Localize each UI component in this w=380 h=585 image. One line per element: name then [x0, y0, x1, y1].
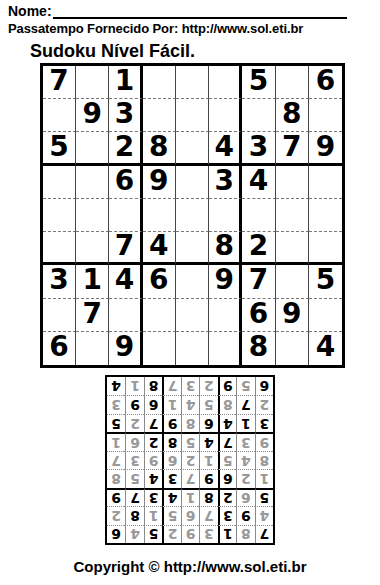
puzzle-cell-r6c8[interactable]	[276, 232, 309, 265]
puzzle-cell-r7c2: 1	[76, 265, 109, 298]
solution-cell-r6c2: 3	[236, 432, 254, 450]
solution-cell-r3c1: 5	[255, 488, 273, 506]
solution-cell-r9c3: 9	[218, 377, 236, 395]
puzzle-cell-r6c2[interactable]	[76, 232, 109, 265]
puzzle-cell-r9c3: 9	[109, 332, 142, 365]
solution-cell-r3c9: 9	[107, 488, 125, 506]
puzzle-cell-r4c1[interactable]	[43, 166, 76, 199]
puzzle-cell-r9c5[interactable]	[176, 332, 209, 365]
solution-cell-r7c9: 5	[107, 414, 125, 432]
solution-cell-r7c3: 4	[218, 414, 236, 432]
solution-cell-r1c3: 1	[218, 525, 236, 543]
puzzle-cell-r5c6[interactable]	[209, 199, 242, 232]
puzzle-cell-r7c9: 5	[309, 265, 342, 298]
puzzle-cell-r3c3: 2	[109, 132, 142, 165]
solution-cell-r4c5: 7	[181, 469, 199, 487]
puzzle-cell-r5c4[interactable]	[143, 199, 176, 232]
solution-cell-r1c6: 2	[162, 525, 180, 543]
solution-cell-r6c8: 6	[125, 432, 143, 450]
solution-cell-r9c5: 3	[181, 377, 199, 395]
page-title: Sudoku Nível Fácil.	[30, 41, 380, 61]
puzzle-cell-r8c3[interactable]	[109, 299, 142, 332]
puzzle-cell-r6c1[interactable]	[43, 232, 76, 265]
solution-cell-r8c8: 9	[125, 395, 143, 413]
solution-cell-r3c2: 6	[236, 488, 254, 506]
puzzle-cell-r1c4[interactable]	[143, 66, 176, 99]
puzzle-cell-r6c5[interactable]	[176, 232, 209, 265]
solution-cell-r3c6: 4	[162, 488, 180, 506]
solution-cell-r8c9: 3	[107, 395, 125, 413]
puzzle-cell-r1c1: 7	[43, 66, 76, 99]
puzzle-cell-r9c7: 8	[242, 332, 275, 365]
solution-cell-r6c1: 9	[255, 432, 273, 450]
solution-cell-r4c3: 6	[218, 469, 236, 487]
solution-cell-r9c7: 8	[144, 377, 162, 395]
solution-cell-r3c3: 2	[218, 488, 236, 506]
solution-cell-r1c8: 4	[125, 525, 143, 543]
puzzle-cell-r3c4: 8	[143, 132, 176, 165]
solution-cell-r1c4: 3	[199, 525, 217, 543]
puzzle-cell-r4c3: 6	[109, 166, 142, 199]
puzzle-cell-r3c2[interactable]	[76, 132, 109, 165]
puzzle-cell-r8c5[interactable]	[176, 299, 209, 332]
puzzle-cell-r7c3: 4	[109, 265, 142, 298]
solution-cell-r7c2: 1	[236, 414, 254, 432]
puzzle-cell-r4c7: 4	[242, 166, 275, 199]
puzzle-cell-r9c2[interactable]	[76, 332, 109, 365]
puzzle-cell-r7c8[interactable]	[276, 265, 309, 298]
solution-cell-r2c6: 5	[162, 506, 180, 524]
solution-cell-r2c2: 9	[236, 506, 254, 524]
puzzle-cell-r2c8: 8	[276, 99, 309, 132]
solution-cell-r7c4: 6	[199, 414, 217, 432]
solution-cell-r8c5: 4	[181, 395, 199, 413]
puzzle-cell-r1c7: 5	[242, 66, 275, 99]
puzzle-cell-r1c6[interactable]	[209, 66, 242, 99]
puzzle-cell-r9c1: 6	[43, 332, 76, 365]
solution-cell-r7c7: 7	[144, 414, 162, 432]
puzzle-cell-r5c5[interactable]	[176, 199, 209, 232]
solution-cell-r4c9: 8	[107, 469, 125, 487]
solution-cell-r2c5: 6	[181, 506, 199, 524]
puzzle-cell-r3c7: 3	[242, 132, 275, 165]
solution-cell-r1c7: 5	[144, 525, 162, 543]
solution-cell-r5c3: 5	[218, 451, 236, 469]
solution-cell-r2c1: 4	[255, 506, 273, 524]
solution-cell-r3c4: 8	[199, 488, 217, 506]
puzzle-cell-r2c5[interactable]	[176, 99, 209, 132]
puzzle-cell-r8c6[interactable]	[209, 299, 242, 332]
solution-cell-r8c7: 6	[144, 395, 162, 413]
puzzle-cell-r3c1: 5	[43, 132, 76, 165]
puzzle-cell-r7c7: 7	[242, 265, 275, 298]
puzzle-cell-r5c3[interactable]	[109, 199, 142, 232]
puzzle-cell-r7c4: 6	[143, 265, 176, 298]
solution-cell-r5c4: 1	[199, 451, 217, 469]
puzzle-cell-r7c6: 9	[209, 265, 242, 298]
name-label: Nome:	[8, 3, 52, 19]
solution-cell-r5c2: 4	[236, 451, 254, 469]
puzzle-cell-r1c9: 6	[309, 66, 342, 99]
puzzle-cell-r1c8[interactable]	[276, 66, 309, 99]
solution-cell-r4c7: 4	[144, 469, 162, 487]
puzzle-cell-r3c9: 9	[309, 132, 342, 165]
solution-cell-r9c6: 7	[162, 377, 180, 395]
solution-cell-r6c9: 1	[107, 432, 125, 450]
puzzle-cell-r5c9[interactable]	[309, 199, 342, 232]
solution-cell-r8c6: 1	[162, 395, 180, 413]
puzzle-cell-r1c5[interactable]	[176, 66, 209, 99]
solution-cell-r8c1: 2	[255, 395, 273, 413]
puzzle-cell-r3c6: 4	[209, 132, 242, 165]
solution-cell-r2c9: 2	[107, 506, 125, 524]
puzzle-cell-r9c4[interactable]	[143, 332, 176, 365]
puzzle-cell-r4c8[interactable]	[276, 166, 309, 199]
puzzle-cell-r8c1[interactable]	[43, 299, 76, 332]
solution-cell-r1c2: 8	[236, 525, 254, 543]
sudoku-puzzle-grid: 715693852843796934748231469757696984	[40, 63, 345, 368]
solution-cell-r5c8: 3	[125, 451, 143, 469]
solution-cell-r3c5: 1	[181, 488, 199, 506]
solution-cell-r7c1: 3	[255, 414, 273, 432]
solution-cell-r6c7: 2	[144, 432, 162, 450]
solution-cell-r9c4: 2	[199, 377, 217, 395]
copyright-line: Copyright © http://www.sol.eti.br	[0, 558, 380, 575]
puzzle-cell-r2c7[interactable]	[242, 99, 275, 132]
solution-cell-r4c8: 5	[125, 469, 143, 487]
solution-cell-r8c2: 7	[236, 395, 254, 413]
solution-cell-r3c7: 3	[144, 488, 162, 506]
puzzle-cell-r6c9[interactable]	[309, 232, 342, 265]
puzzle-cell-r6c3: 7	[109, 232, 142, 265]
puzzle-cell-r5c7[interactable]	[242, 199, 275, 232]
puzzle-cell-r8c9[interactable]	[309, 299, 342, 332]
solution-cell-r1c5: 9	[181, 525, 199, 543]
solution-cell-r7c8: 2	[125, 414, 143, 432]
solution-cell-r9c8: 1	[125, 377, 143, 395]
solution-cell-r6c5: 5	[181, 432, 199, 450]
solution-cell-r9c9: 4	[107, 377, 125, 395]
sudoku-worksheet-page: Nome: Passatempo Fornecido Por: http://w…	[0, 0, 380, 585]
provider-line: Passatempo Fornecido Por: http://www.sol…	[8, 21, 372, 38]
puzzle-cell-r2c1[interactable]	[43, 99, 76, 132]
puzzle-cell-r4c6: 3	[209, 166, 242, 199]
puzzle-cell-r3c8: 7	[276, 132, 309, 165]
puzzle-cell-r9c8[interactable]	[276, 332, 309, 365]
solution-cell-r7c5: 8	[181, 414, 199, 432]
solution-cell-r6c4: 4	[199, 432, 217, 450]
puzzle-cell-r2c9[interactable]	[309, 99, 342, 132]
puzzle-cell-r5c8[interactable]	[276, 199, 309, 232]
solution-cell-r3c8: 7	[125, 488, 143, 506]
puzzle-cell-r2c3: 3	[109, 99, 142, 132]
solution-cell-r7c6: 9	[162, 414, 180, 432]
solution-cell-r2c4: 7	[199, 506, 217, 524]
puzzle-cell-r2c4[interactable]	[143, 99, 176, 132]
solution-cell-r2c3: 3	[218, 506, 236, 524]
puzzle-cell-r5c2[interactable]	[76, 199, 109, 232]
puzzle-cell-r6c6: 8	[209, 232, 242, 265]
puzzle-cell-r7c5[interactable]	[176, 265, 209, 298]
puzzle-cell-r1c2[interactable]	[76, 66, 109, 99]
name-underline	[53, 4, 347, 19]
solution-cell-r9c2: 5	[236, 377, 254, 395]
solution-cell-r5c6: 6	[162, 451, 180, 469]
solution-cell-r6c3: 7	[218, 432, 236, 450]
solution-cell-r5c7: 9	[144, 451, 162, 469]
solution-cell-r1c9: 6	[107, 525, 125, 543]
puzzle-cell-r8c2: 7	[76, 299, 109, 332]
puzzle-cell-r4c9[interactable]	[309, 166, 342, 199]
puzzle-cell-r7c1: 3	[43, 265, 76, 298]
puzzle-cell-r8c7: 6	[242, 299, 275, 332]
solution-cell-r1c1: 7	[255, 525, 273, 543]
solution-cell-r5c1: 8	[255, 451, 273, 469]
solution-cell-r4c1: 1	[255, 469, 273, 487]
puzzle-cell-r4c5[interactable]	[176, 166, 209, 199]
puzzle-cell-r4c2[interactable]	[76, 166, 109, 199]
name-row: Nome:	[0, 0, 380, 19]
puzzle-cell-r8c4[interactable]	[143, 299, 176, 332]
solution-cell-r2c8: 8	[125, 506, 143, 524]
solution-cell-r4c4: 9	[199, 469, 217, 487]
sudoku-solution-grid-rotated: 7813925464937651825628143791269734588451…	[105, 375, 275, 545]
puzzle-cell-r2c2: 9	[76, 99, 109, 132]
solution-cell-r8c3: 8	[218, 395, 236, 413]
puzzle-cell-r8c8: 9	[276, 299, 309, 332]
solution-cell-r5c9: 7	[107, 451, 125, 469]
solution-cell-r2c7: 1	[144, 506, 162, 524]
solution-cell-r9c1: 6	[255, 377, 273, 395]
solution-cell-r6c6: 8	[162, 432, 180, 450]
solution-cell-r4c2: 2	[236, 469, 254, 487]
solution-cell-r5c5: 2	[181, 451, 199, 469]
puzzle-cell-r6c7: 2	[242, 232, 275, 265]
puzzle-cell-r6c4: 4	[143, 232, 176, 265]
solution-cell-r4c6: 3	[162, 469, 180, 487]
puzzle-cell-r9c9: 4	[309, 332, 342, 365]
solution-cell-r8c4: 5	[199, 395, 217, 413]
puzzle-cell-r4c4: 9	[143, 166, 176, 199]
puzzle-cell-r2c6[interactable]	[209, 99, 242, 132]
puzzle-cell-r5c1[interactable]	[43, 199, 76, 232]
puzzle-cell-r1c3: 1	[109, 66, 142, 99]
puzzle-cell-r3c5[interactable]	[176, 132, 209, 165]
puzzle-cell-r9c6[interactable]	[209, 332, 242, 365]
